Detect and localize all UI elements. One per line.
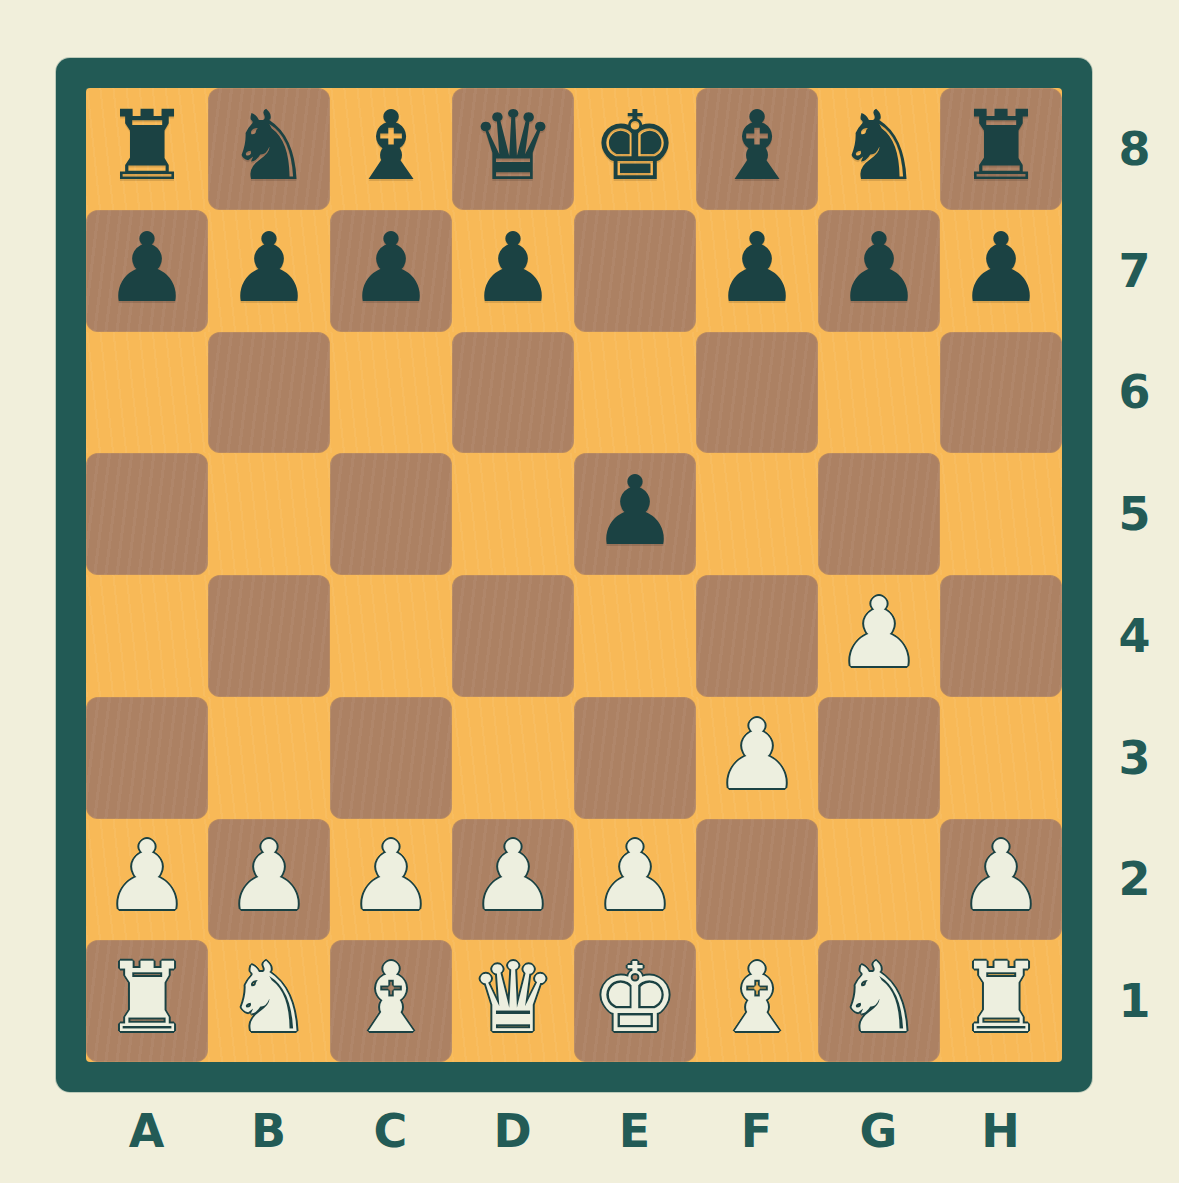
piece-black-pawn[interactable]: ♟: [104, 220, 190, 316]
piece-black-pawn[interactable]: ♟: [592, 463, 678, 559]
square-f5[interactable]: [696, 453, 818, 575]
square-b2[interactable]: ♟: [208, 819, 330, 941]
square-a2[interactable]: ♟: [86, 819, 208, 941]
file-label-c: C: [330, 1096, 452, 1166]
square-h4[interactable]: [940, 575, 1062, 697]
rank-label-1: 1: [1100, 940, 1170, 1062]
square-b3[interactable]: [208, 697, 330, 819]
square-b8[interactable]: ♞: [208, 88, 330, 210]
square-f1[interactable]: ♝: [696, 940, 818, 1062]
square-a4[interactable]: [86, 575, 208, 697]
square-f2[interactable]: [696, 819, 818, 941]
square-c3[interactable]: [330, 697, 452, 819]
square-c8[interactable]: ♝: [330, 88, 452, 210]
piece-black-bishop[interactable]: ♝: [348, 98, 434, 194]
square-c2[interactable]: ♟: [330, 819, 452, 941]
square-g4[interactable]: ♟: [818, 575, 940, 697]
square-e5[interactable]: ♟: [574, 453, 696, 575]
square-e2[interactable]: ♟: [574, 819, 696, 941]
square-c6[interactable]: [330, 332, 452, 454]
rank-labels: 87654321: [1100, 88, 1170, 1062]
square-f4[interactable]: [696, 575, 818, 697]
square-d3[interactable]: [452, 697, 574, 819]
square-f7[interactable]: ♟: [696, 210, 818, 332]
square-e6[interactable]: [574, 332, 696, 454]
piece-white-pawn[interactable]: ♟: [348, 828, 434, 924]
piece-black-knight[interactable]: ♞: [836, 98, 922, 194]
piece-white-pawn[interactable]: ♟: [592, 828, 678, 924]
square-d5[interactable]: [452, 453, 574, 575]
square-e3[interactable]: [574, 697, 696, 819]
rank-label-8: 8: [1100, 88, 1170, 210]
piece-white-pawn[interactable]: ♟: [470, 828, 556, 924]
piece-black-king[interactable]: ♚: [592, 98, 678, 194]
square-f6[interactable]: [696, 332, 818, 454]
piece-white-rook[interactable]: ♜: [104, 950, 190, 1046]
square-a6[interactable]: [86, 332, 208, 454]
rank-label-7: 7: [1100, 210, 1170, 332]
file-label-a: A: [86, 1096, 208, 1166]
piece-black-bishop[interactable]: ♝: [714, 98, 800, 194]
file-label-g: G: [818, 1096, 940, 1166]
piece-white-pawn[interactable]: ♟: [104, 828, 190, 924]
square-c5[interactable]: [330, 453, 452, 575]
piece-white-pawn[interactable]: ♟: [958, 828, 1044, 924]
piece-black-rook[interactable]: ♜: [958, 98, 1044, 194]
square-b5[interactable]: [208, 453, 330, 575]
piece-black-knight[interactable]: ♞: [226, 98, 312, 194]
square-g2[interactable]: [818, 819, 940, 941]
square-d8[interactable]: ♛: [452, 88, 574, 210]
square-g7[interactable]: ♟: [818, 210, 940, 332]
file-label-d: D: [452, 1096, 574, 1166]
piece-black-pawn[interactable]: ♟: [226, 220, 312, 316]
rank-label-6: 6: [1100, 332, 1170, 454]
square-h2[interactable]: ♟: [940, 819, 1062, 941]
piece-white-queen[interactable]: ♛: [470, 950, 556, 1046]
square-d2[interactable]: ♟: [452, 819, 574, 941]
piece-black-pawn[interactable]: ♟: [958, 220, 1044, 316]
piece-white-pawn[interactable]: ♟: [226, 828, 312, 924]
square-a7[interactable]: ♟: [86, 210, 208, 332]
piece-black-rook[interactable]: ♜: [104, 98, 190, 194]
square-e1[interactable]: ♚: [574, 940, 696, 1062]
rank-label-5: 5: [1100, 453, 1170, 575]
piece-black-pawn[interactable]: ♟: [470, 220, 556, 316]
square-f8[interactable]: ♝: [696, 88, 818, 210]
piece-white-rook[interactable]: ♜: [958, 950, 1044, 1046]
file-labels: ABCDEFGH: [86, 1096, 1062, 1166]
square-h7[interactable]: ♟: [940, 210, 1062, 332]
rank-label-4: 4: [1100, 575, 1170, 697]
piece-black-pawn[interactable]: ♟: [714, 220, 800, 316]
file-label-e: E: [574, 1096, 696, 1166]
file-label-b: B: [208, 1096, 330, 1166]
square-a5[interactable]: [86, 453, 208, 575]
square-e8[interactable]: ♚: [574, 88, 696, 210]
piece-white-bishop[interactable]: ♝: [714, 950, 800, 1046]
square-e7[interactable]: [574, 210, 696, 332]
piece-black-pawn[interactable]: ♟: [836, 220, 922, 316]
rank-label-3: 3: [1100, 697, 1170, 819]
square-e4[interactable]: [574, 575, 696, 697]
square-d7[interactable]: ♟: [452, 210, 574, 332]
square-g1[interactable]: ♞: [818, 940, 940, 1062]
piece-black-queen[interactable]: ♛: [470, 98, 556, 194]
square-g5[interactable]: [818, 453, 940, 575]
square-g6[interactable]: [818, 332, 940, 454]
square-b4[interactable]: [208, 575, 330, 697]
piece-white-knight[interactable]: ♞: [226, 950, 312, 1046]
chess-board: ♜♞♝♛♚♝♞♜♟♟♟♟♟♟♟♟♟♟♟♟♟♟♟♟♜♞♝♛♚♝♞♜: [86, 88, 1062, 1062]
square-b6[interactable]: [208, 332, 330, 454]
piece-white-knight[interactable]: ♞: [836, 950, 922, 1046]
square-d1[interactable]: ♛: [452, 940, 574, 1062]
square-h3[interactable]: [940, 697, 1062, 819]
square-a3[interactable]: [86, 697, 208, 819]
piece-white-bishop[interactable]: ♝: [348, 950, 434, 1046]
square-d4[interactable]: [452, 575, 574, 697]
square-c4[interactable]: [330, 575, 452, 697]
square-g8[interactable]: ♞: [818, 88, 940, 210]
square-a1[interactable]: ♜: [86, 940, 208, 1062]
square-c7[interactable]: ♟: [330, 210, 452, 332]
rank-label-2: 2: [1100, 819, 1170, 941]
piece-white-pawn[interactable]: ♟: [836, 585, 922, 681]
square-g3[interactable]: [818, 697, 940, 819]
square-h5[interactable]: [940, 453, 1062, 575]
square-h8[interactable]: ♜: [940, 88, 1062, 210]
piece-black-pawn[interactable]: ♟: [348, 220, 434, 316]
square-d6[interactable]: [452, 332, 574, 454]
square-h1[interactable]: ♜: [940, 940, 1062, 1062]
square-h6[interactable]: [940, 332, 1062, 454]
file-label-f: F: [696, 1096, 818, 1166]
square-c1[interactable]: ♝: [330, 940, 452, 1062]
square-f3[interactable]: ♟: [696, 697, 818, 819]
piece-white-pawn[interactable]: ♟: [714, 707, 800, 803]
square-b1[interactable]: ♞: [208, 940, 330, 1062]
square-a8[interactable]: ♜: [86, 88, 208, 210]
file-label-h: H: [940, 1096, 1062, 1166]
piece-white-king[interactable]: ♚: [592, 950, 678, 1046]
square-b7[interactable]: ♟: [208, 210, 330, 332]
chess-board-frame: ♜♞♝♛♚♝♞♜♟♟♟♟♟♟♟♟♟♟♟♟♟♟♟♟♜♞♝♛♚♝♞♜: [56, 58, 1092, 1092]
